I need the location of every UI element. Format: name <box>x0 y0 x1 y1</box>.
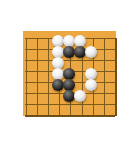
white-stone <box>85 46 97 58</box>
black-stone <box>52 79 64 91</box>
black-stone <box>74 46 86 58</box>
grid-line-vertical <box>115 38 117 116</box>
white-stone <box>85 79 97 91</box>
screenshot-root <box>0 0 140 150</box>
grid-line-horizontal <box>25 115 115 117</box>
black-stone <box>63 46 75 58</box>
go-board[interactable] <box>23 31 116 116</box>
white-stone <box>74 90 86 102</box>
black-stone <box>63 90 75 102</box>
grid-line-horizontal <box>25 60 115 61</box>
grid-line-horizontal <box>25 104 115 105</box>
